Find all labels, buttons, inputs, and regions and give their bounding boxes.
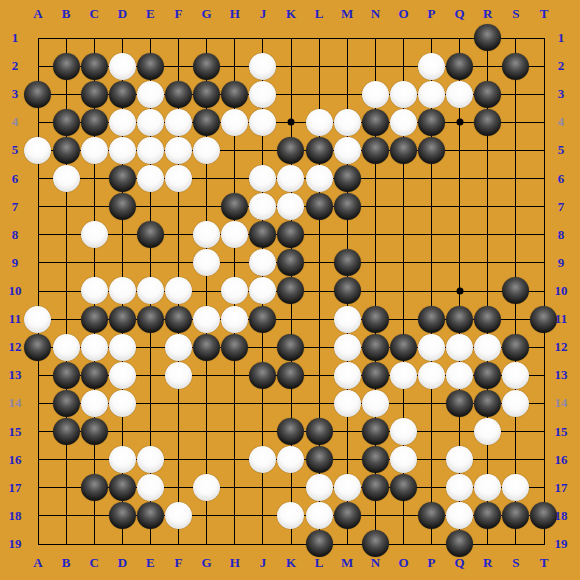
intersection-J17[interactable]: [249, 474, 277, 502]
intersection-R10[interactable]: [474, 277, 502, 305]
intersection-G12[interactable]: [193, 333, 221, 361]
intersection-J14[interactable]: [249, 389, 277, 417]
intersection-F6[interactable]: [164, 164, 192, 192]
intersection-Q17[interactable]: [446, 474, 474, 502]
intersection-D9[interactable]: [108, 249, 136, 277]
intersection-F15[interactable]: [164, 417, 192, 445]
intersection-L6[interactable]: [305, 164, 333, 192]
intersection-Q8[interactable]: [446, 221, 474, 249]
intersection-T8[interactable]: [530, 221, 558, 249]
intersection-M15[interactable]: [333, 417, 361, 445]
intersection-M9[interactable]: [333, 249, 361, 277]
intersection-C15[interactable]: [80, 417, 108, 445]
intersection-F12[interactable]: [164, 333, 192, 361]
intersection-L11[interactable]: [305, 305, 333, 333]
intersection-G17[interactable]: [193, 474, 221, 502]
intersection-G9[interactable]: [193, 249, 221, 277]
intersection-Q10[interactable]: [446, 277, 474, 305]
intersection-C16[interactable]: [80, 446, 108, 474]
intersection-L13[interactable]: [305, 361, 333, 389]
intersection-E16[interactable]: [136, 446, 164, 474]
intersection-D12[interactable]: [108, 333, 136, 361]
intersection-A17[interactable]: [24, 474, 52, 502]
intersection-E10[interactable]: [136, 277, 164, 305]
intersection-B1[interactable]: [52, 24, 80, 52]
intersection-G10[interactable]: [193, 277, 221, 305]
intersection-N15[interactable]: [361, 417, 389, 445]
intersection-M8[interactable]: [333, 221, 361, 249]
intersection-H2[interactable]: [221, 52, 249, 80]
intersection-Q6[interactable]: [446, 164, 474, 192]
intersection-O4[interactable]: [389, 108, 417, 136]
intersection-C1[interactable]: [80, 24, 108, 52]
intersection-P13[interactable]: [417, 361, 445, 389]
intersection-O19[interactable]: [389, 530, 417, 558]
intersection-S13[interactable]: [502, 361, 530, 389]
intersection-N4[interactable]: [361, 108, 389, 136]
intersection-S8[interactable]: [502, 221, 530, 249]
intersection-T7[interactable]: [530, 193, 558, 221]
intersection-F16[interactable]: [164, 446, 192, 474]
intersection-D6[interactable]: [108, 164, 136, 192]
intersection-L9[interactable]: [305, 249, 333, 277]
intersection-P6[interactable]: [417, 164, 445, 192]
intersection-L7[interactable]: [305, 193, 333, 221]
intersection-T18[interactable]: [530, 502, 558, 530]
intersection-A8[interactable]: [24, 221, 52, 249]
intersection-P16[interactable]: [417, 446, 445, 474]
intersection-G14[interactable]: [193, 389, 221, 417]
intersection-A18[interactable]: [24, 502, 52, 530]
intersection-S10[interactable]: [502, 277, 530, 305]
intersection-O9[interactable]: [389, 249, 417, 277]
intersection-N2[interactable]: [361, 52, 389, 80]
intersection-L19[interactable]: [305, 530, 333, 558]
intersection-T10[interactable]: [530, 277, 558, 305]
intersection-D15[interactable]: [108, 417, 136, 445]
intersection-T1[interactable]: [530, 24, 558, 52]
intersection-G6[interactable]: [193, 164, 221, 192]
intersection-A12[interactable]: [24, 333, 52, 361]
intersection-O6[interactable]: [389, 164, 417, 192]
intersection-M3[interactable]: [333, 80, 361, 108]
intersection-C6[interactable]: [80, 164, 108, 192]
intersection-S4[interactable]: [502, 108, 530, 136]
intersection-J2[interactable]: [249, 52, 277, 80]
intersection-H16[interactable]: [221, 446, 249, 474]
intersection-O14[interactable]: [389, 389, 417, 417]
intersection-H5[interactable]: [221, 136, 249, 164]
intersection-C2[interactable]: [80, 52, 108, 80]
intersection-G1[interactable]: [193, 24, 221, 52]
intersection-J10[interactable]: [249, 277, 277, 305]
intersection-C3[interactable]: [80, 80, 108, 108]
intersection-O16[interactable]: [389, 446, 417, 474]
intersection-B11[interactable]: [52, 305, 80, 333]
intersection-C11[interactable]: [80, 305, 108, 333]
intersection-B18[interactable]: [52, 502, 80, 530]
intersection-H3[interactable]: [221, 80, 249, 108]
intersection-F3[interactable]: [164, 80, 192, 108]
intersection-M5[interactable]: [333, 136, 361, 164]
intersection-A5[interactable]: [24, 136, 52, 164]
intersection-E2[interactable]: [136, 52, 164, 80]
intersection-B12[interactable]: [52, 333, 80, 361]
intersection-B5[interactable]: [52, 136, 80, 164]
intersection-E5[interactable]: [136, 136, 164, 164]
intersection-E15[interactable]: [136, 417, 164, 445]
intersection-L12[interactable]: [305, 333, 333, 361]
intersection-T16[interactable]: [530, 446, 558, 474]
intersection-T11[interactable]: [530, 305, 558, 333]
intersection-K8[interactable]: [277, 221, 305, 249]
intersection-S15[interactable]: [502, 417, 530, 445]
intersection-S6[interactable]: [502, 164, 530, 192]
intersection-P19[interactable]: [417, 530, 445, 558]
intersection-Q7[interactable]: [446, 193, 474, 221]
intersection-B10[interactable]: [52, 277, 80, 305]
intersection-E12[interactable]: [136, 333, 164, 361]
intersection-A7[interactable]: [24, 193, 52, 221]
intersection-B8[interactable]: [52, 221, 80, 249]
intersection-P4[interactable]: [417, 108, 445, 136]
intersection-R19[interactable]: [474, 530, 502, 558]
intersection-M7[interactable]: [333, 193, 361, 221]
intersection-G7[interactable]: [193, 193, 221, 221]
intersection-T17[interactable]: [530, 474, 558, 502]
intersection-R3[interactable]: [474, 80, 502, 108]
intersection-Q19[interactable]: [446, 530, 474, 558]
intersection-Q13[interactable]: [446, 361, 474, 389]
intersection-M4[interactable]: [333, 108, 361, 136]
intersection-K11[interactable]: [277, 305, 305, 333]
intersection-B13[interactable]: [52, 361, 80, 389]
intersection-K6[interactable]: [277, 164, 305, 192]
intersection-T19[interactable]: [530, 530, 558, 558]
intersection-B6[interactable]: [52, 164, 80, 192]
intersection-K4[interactable]: [277, 108, 305, 136]
intersection-K15[interactable]: [277, 417, 305, 445]
intersection-P1[interactable]: [417, 24, 445, 52]
intersection-D4[interactable]: [108, 108, 136, 136]
intersection-H11[interactable]: [221, 305, 249, 333]
intersection-J19[interactable]: [249, 530, 277, 558]
intersection-E13[interactable]: [136, 361, 164, 389]
intersection-J16[interactable]: [249, 446, 277, 474]
intersection-S7[interactable]: [502, 193, 530, 221]
intersection-L18[interactable]: [305, 502, 333, 530]
intersection-A10[interactable]: [24, 277, 52, 305]
intersection-A2[interactable]: [24, 52, 52, 80]
intersection-B3[interactable]: [52, 80, 80, 108]
intersection-D19[interactable]: [108, 530, 136, 558]
intersection-K17[interactable]: [277, 474, 305, 502]
intersection-C12[interactable]: [80, 333, 108, 361]
intersection-H4[interactable]: [221, 108, 249, 136]
intersection-M14[interactable]: [333, 389, 361, 417]
intersection-R16[interactable]: [474, 446, 502, 474]
intersection-A16[interactable]: [24, 446, 52, 474]
intersection-B7[interactable]: [52, 193, 80, 221]
intersection-Q4[interactable]: [446, 108, 474, 136]
intersection-F13[interactable]: [164, 361, 192, 389]
intersection-K5[interactable]: [277, 136, 305, 164]
intersection-J11[interactable]: [249, 305, 277, 333]
intersection-R12[interactable]: [474, 333, 502, 361]
intersection-K19[interactable]: [277, 530, 305, 558]
intersection-S18[interactable]: [502, 502, 530, 530]
intersection-N11[interactable]: [361, 305, 389, 333]
intersection-N1[interactable]: [361, 24, 389, 52]
intersection-K9[interactable]: [277, 249, 305, 277]
intersection-R17[interactable]: [474, 474, 502, 502]
intersection-J9[interactable]: [249, 249, 277, 277]
intersection-H6[interactable]: [221, 164, 249, 192]
intersection-H13[interactable]: [221, 361, 249, 389]
intersection-R4[interactable]: [474, 108, 502, 136]
intersection-D16[interactable]: [108, 446, 136, 474]
intersection-S12[interactable]: [502, 333, 530, 361]
intersection-R5[interactable]: [474, 136, 502, 164]
intersection-R13[interactable]: [474, 361, 502, 389]
intersection-J5[interactable]: [249, 136, 277, 164]
intersection-B17[interactable]: [52, 474, 80, 502]
intersection-G13[interactable]: [193, 361, 221, 389]
intersection-Q11[interactable]: [446, 305, 474, 333]
intersection-A1[interactable]: [24, 24, 52, 52]
intersection-O12[interactable]: [389, 333, 417, 361]
intersection-F17[interactable]: [164, 474, 192, 502]
intersection-C8[interactable]: [80, 221, 108, 249]
intersection-L10[interactable]: [305, 277, 333, 305]
intersection-R11[interactable]: [474, 305, 502, 333]
intersection-P15[interactable]: [417, 417, 445, 445]
intersection-O15[interactable]: [389, 417, 417, 445]
intersection-J7[interactable]: [249, 193, 277, 221]
intersection-T12[interactable]: [530, 333, 558, 361]
intersection-P12[interactable]: [417, 333, 445, 361]
intersection-F7[interactable]: [164, 193, 192, 221]
intersection-J8[interactable]: [249, 221, 277, 249]
intersection-L16[interactable]: [305, 446, 333, 474]
intersection-G16[interactable]: [193, 446, 221, 474]
intersection-P17[interactable]: [417, 474, 445, 502]
intersection-J1[interactable]: [249, 24, 277, 52]
intersection-N17[interactable]: [361, 474, 389, 502]
intersection-A4[interactable]: [24, 108, 52, 136]
intersection-M10[interactable]: [333, 277, 361, 305]
intersection-M16[interactable]: [333, 446, 361, 474]
intersection-C10[interactable]: [80, 277, 108, 305]
intersection-K1[interactable]: [277, 24, 305, 52]
intersection-O11[interactable]: [389, 305, 417, 333]
intersection-N13[interactable]: [361, 361, 389, 389]
intersection-O8[interactable]: [389, 221, 417, 249]
intersection-G19[interactable]: [193, 530, 221, 558]
intersection-E17[interactable]: [136, 474, 164, 502]
intersection-L14[interactable]: [305, 389, 333, 417]
intersection-O13[interactable]: [389, 361, 417, 389]
intersection-N3[interactable]: [361, 80, 389, 108]
intersection-G15[interactable]: [193, 417, 221, 445]
intersection-N14[interactable]: [361, 389, 389, 417]
intersection-M17[interactable]: [333, 474, 361, 502]
intersection-B4[interactable]: [52, 108, 80, 136]
intersection-R6[interactable]: [474, 164, 502, 192]
intersection-D1[interactable]: [108, 24, 136, 52]
intersection-N5[interactable]: [361, 136, 389, 164]
intersection-P8[interactable]: [417, 221, 445, 249]
intersection-D11[interactable]: [108, 305, 136, 333]
intersection-G8[interactable]: [193, 221, 221, 249]
intersection-E3[interactable]: [136, 80, 164, 108]
intersection-Q14[interactable]: [446, 389, 474, 417]
intersection-H18[interactable]: [221, 502, 249, 530]
intersection-S16[interactable]: [502, 446, 530, 474]
intersection-C9[interactable]: [80, 249, 108, 277]
intersection-S11[interactable]: [502, 305, 530, 333]
intersection-B2[interactable]: [52, 52, 80, 80]
intersection-M6[interactable]: [333, 164, 361, 192]
intersection-Q9[interactable]: [446, 249, 474, 277]
intersection-O2[interactable]: [389, 52, 417, 80]
intersection-H7[interactable]: [221, 193, 249, 221]
intersection-L17[interactable]: [305, 474, 333, 502]
intersection-O3[interactable]: [389, 80, 417, 108]
intersection-A11[interactable]: [24, 305, 52, 333]
intersection-J15[interactable]: [249, 417, 277, 445]
intersection-G18[interactable]: [193, 502, 221, 530]
intersection-D8[interactable]: [108, 221, 136, 249]
intersection-E4[interactable]: [136, 108, 164, 136]
intersection-B14[interactable]: [52, 389, 80, 417]
intersection-R2[interactable]: [474, 52, 502, 80]
intersection-N18[interactable]: [361, 502, 389, 530]
intersection-H8[interactable]: [221, 221, 249, 249]
intersection-L5[interactable]: [305, 136, 333, 164]
intersection-N19[interactable]: [361, 530, 389, 558]
intersection-A19[interactable]: [24, 530, 52, 558]
intersection-E7[interactable]: [136, 193, 164, 221]
intersection-R9[interactable]: [474, 249, 502, 277]
intersection-R1[interactable]: [474, 24, 502, 52]
intersection-N7[interactable]: [361, 193, 389, 221]
intersection-A9[interactable]: [24, 249, 52, 277]
intersection-O1[interactable]: [389, 24, 417, 52]
intersection-R7[interactable]: [474, 193, 502, 221]
intersection-E6[interactable]: [136, 164, 164, 192]
intersection-K7[interactable]: [277, 193, 305, 221]
intersection-D7[interactable]: [108, 193, 136, 221]
intersection-H17[interactable]: [221, 474, 249, 502]
intersection-F11[interactable]: [164, 305, 192, 333]
intersection-J4[interactable]: [249, 108, 277, 136]
intersection-O5[interactable]: [389, 136, 417, 164]
intersection-H10[interactable]: [221, 277, 249, 305]
intersection-H1[interactable]: [221, 24, 249, 52]
intersection-M19[interactable]: [333, 530, 361, 558]
intersection-F9[interactable]: [164, 249, 192, 277]
intersection-D10[interactable]: [108, 277, 136, 305]
intersection-O10[interactable]: [389, 277, 417, 305]
intersection-Q1[interactable]: [446, 24, 474, 52]
intersection-C18[interactable]: [80, 502, 108, 530]
intersection-A13[interactable]: [24, 361, 52, 389]
intersection-L15[interactable]: [305, 417, 333, 445]
intersection-E19[interactable]: [136, 530, 164, 558]
intersection-S17[interactable]: [502, 474, 530, 502]
intersection-O17[interactable]: [389, 474, 417, 502]
intersection-P11[interactable]: [417, 305, 445, 333]
intersection-R14[interactable]: [474, 389, 502, 417]
intersection-C4[interactable]: [80, 108, 108, 136]
intersection-A15[interactable]: [24, 417, 52, 445]
intersection-K10[interactable]: [277, 277, 305, 305]
intersection-S2[interactable]: [502, 52, 530, 80]
intersection-T14[interactable]: [530, 389, 558, 417]
intersection-D5[interactable]: [108, 136, 136, 164]
intersection-D2[interactable]: [108, 52, 136, 80]
intersection-G4[interactable]: [193, 108, 221, 136]
intersection-F2[interactable]: [164, 52, 192, 80]
intersection-P10[interactable]: [417, 277, 445, 305]
intersection-C14[interactable]: [80, 389, 108, 417]
intersection-P2[interactable]: [417, 52, 445, 80]
intersection-F19[interactable]: [164, 530, 192, 558]
intersection-E18[interactable]: [136, 502, 164, 530]
intersection-C5[interactable]: [80, 136, 108, 164]
intersection-S3[interactable]: [502, 80, 530, 108]
intersection-L3[interactable]: [305, 80, 333, 108]
intersection-M13[interactable]: [333, 361, 361, 389]
intersection-R18[interactable]: [474, 502, 502, 530]
intersection-R8[interactable]: [474, 221, 502, 249]
intersection-F18[interactable]: [164, 502, 192, 530]
intersection-F10[interactable]: [164, 277, 192, 305]
intersection-C19[interactable]: [80, 530, 108, 558]
intersection-J6[interactable]: [249, 164, 277, 192]
intersection-G5[interactable]: [193, 136, 221, 164]
intersection-H15[interactable]: [221, 417, 249, 445]
intersection-K14[interactable]: [277, 389, 305, 417]
intersection-P3[interactable]: [417, 80, 445, 108]
intersection-K18[interactable]: [277, 502, 305, 530]
intersection-F8[interactable]: [164, 221, 192, 249]
intersection-O7[interactable]: [389, 193, 417, 221]
intersection-N12[interactable]: [361, 333, 389, 361]
intersection-K2[interactable]: [277, 52, 305, 80]
intersection-C13[interactable]: [80, 361, 108, 389]
intersection-G3[interactable]: [193, 80, 221, 108]
intersection-H14[interactable]: [221, 389, 249, 417]
intersection-E8[interactable]: [136, 221, 164, 249]
intersection-P7[interactable]: [417, 193, 445, 221]
intersection-N16[interactable]: [361, 446, 389, 474]
intersection-S14[interactable]: [502, 389, 530, 417]
intersection-G11[interactable]: [193, 305, 221, 333]
intersection-B16[interactable]: [52, 446, 80, 474]
intersection-F1[interactable]: [164, 24, 192, 52]
intersection-R15[interactable]: [474, 417, 502, 445]
intersection-P5[interactable]: [417, 136, 445, 164]
intersection-T15[interactable]: [530, 417, 558, 445]
intersection-J3[interactable]: [249, 80, 277, 108]
intersection-T9[interactable]: [530, 249, 558, 277]
intersection-B15[interactable]: [52, 417, 80, 445]
intersection-J13[interactable]: [249, 361, 277, 389]
intersection-Q12[interactable]: [446, 333, 474, 361]
intersection-S5[interactable]: [502, 136, 530, 164]
